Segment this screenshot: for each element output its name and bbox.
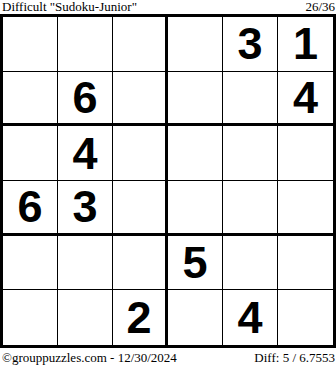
cell-r5c6-empty[interactable] <box>278 236 333 291</box>
cell-r2c2-given: 6 <box>58 72 113 127</box>
cell-r6c3-given: 2 <box>113 290 168 345</box>
cell-r2c3-empty[interactable] <box>113 72 168 127</box>
cell-r1c5-given: 3 <box>223 17 278 72</box>
cell-r5c5-empty[interactable] <box>223 236 278 291</box>
footer-difficulty: Diff: 5 / 6.7553 <box>254 351 335 365</box>
cell-r3c1-empty[interactable] <box>3 126 58 181</box>
cell-r2c4-empty[interactable] <box>168 72 223 127</box>
sudoku-grid: 3164463524 <box>0 14 336 348</box>
cell-r6c5-given: 4 <box>223 290 278 345</box>
puzzle-counter: 26/36 <box>305 0 335 13</box>
cell-r2c1-empty[interactable] <box>3 72 58 127</box>
cell-r1c1-empty[interactable] <box>3 17 58 72</box>
puzzle-title: Difficult "Sudoku-Junior" <box>2 0 137 13</box>
cell-r3c4-empty[interactable] <box>168 126 223 181</box>
cell-r6c1-empty[interactable] <box>3 290 58 345</box>
cell-r4c6-empty[interactable] <box>278 181 333 236</box>
cell-r3c5-empty[interactable] <box>223 126 278 181</box>
header: Difficult "Sudoku-Junior" 26/36 <box>2 0 335 14</box>
cell-r5c2-empty[interactable] <box>58 236 113 291</box>
cell-r4c3-empty[interactable] <box>113 181 168 236</box>
cell-r2c6-given: 4 <box>278 72 333 127</box>
cell-r6c6-empty[interactable] <box>278 290 333 345</box>
cell-r1c2-empty[interactable] <box>58 17 113 72</box>
cell-r1c3-empty[interactable] <box>113 17 168 72</box>
cell-r4c4-empty[interactable] <box>168 181 223 236</box>
cell-r6c4-empty[interactable] <box>168 290 223 345</box>
cell-r4c1-given: 6 <box>3 181 58 236</box>
cell-r5c4-given: 5 <box>168 236 223 291</box>
footer: ©grouppuzzles.com - 12/30/2024 Diff: 5 /… <box>2 351 335 365</box>
puzzle-page: Difficult "Sudoku-Junior" 26/36 31644635… <box>0 0 336 370</box>
cell-r1c4-empty[interactable] <box>168 17 223 72</box>
cell-r3c6-empty[interactable] <box>278 126 333 181</box>
cell-r3c2-given: 4 <box>58 126 113 181</box>
cell-r6c2-empty[interactable] <box>58 290 113 345</box>
cell-r1c6-given: 1 <box>278 17 333 72</box>
cell-r4c5-empty[interactable] <box>223 181 278 236</box>
cell-r2c5-empty[interactable] <box>223 72 278 127</box>
footer-copyright-date: ©grouppuzzles.com - 12/30/2024 <box>2 351 177 365</box>
cell-r5c1-empty[interactable] <box>3 236 58 291</box>
cell-r4c2-given: 3 <box>58 181 113 236</box>
cell-r3c3-empty[interactable] <box>113 126 168 181</box>
cell-r5c3-empty[interactable] <box>113 236 168 291</box>
